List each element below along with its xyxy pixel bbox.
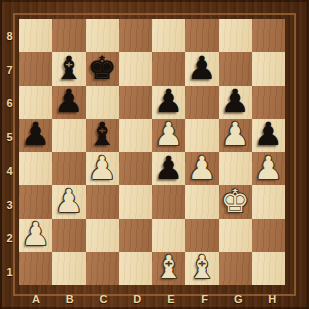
- square-e8[interactable]: [152, 19, 185, 52]
- square-f1[interactable]: ♝: [185, 252, 218, 285]
- square-b7[interactable]: ♝: [52, 52, 85, 85]
- rank-labels: 87654321: [0, 19, 19, 289]
- square-a4[interactable]: [19, 152, 52, 185]
- rank-label-7: 7: [0, 53, 19, 87]
- black-bishop-c5[interactable]: ♝: [88, 118, 117, 150]
- square-g6[interactable]: ♟: [219, 86, 252, 119]
- board: ♝♚♟♟♟♟♟♝♟♟♟♟♟♟♟♟♚♟♝♝: [19, 19, 285, 285]
- square-a2[interactable]: ♟: [19, 219, 52, 252]
- square-a5[interactable]: ♟: [19, 119, 52, 152]
- white-pawn-g5[interactable]: ♟: [221, 118, 250, 150]
- square-f4[interactable]: ♟: [185, 152, 218, 185]
- square-g3[interactable]: ♚: [219, 185, 252, 218]
- black-pawn-b6[interactable]: ♟: [55, 85, 84, 117]
- white-pawn-e5[interactable]: ♟: [154, 118, 183, 150]
- square-g7[interactable]: [219, 52, 252, 85]
- white-pawn-f4[interactable]: ♟: [188, 152, 217, 184]
- square-b5[interactable]: [52, 119, 85, 152]
- square-e7[interactable]: [152, 52, 185, 85]
- white-bishop-e1[interactable]: ♝: [154, 251, 183, 283]
- file-label-h: H: [255, 289, 289, 309]
- square-e4[interactable]: ♟: [152, 152, 185, 185]
- square-d5[interactable]: [119, 119, 152, 152]
- black-pawn-a5[interactable]: ♟: [21, 118, 50, 150]
- square-c1[interactable]: [86, 252, 119, 285]
- rank-label-6: 6: [0, 87, 19, 121]
- black-pawn-f7[interactable]: ♟: [188, 52, 217, 84]
- square-h2[interactable]: [252, 219, 285, 252]
- black-bishop-b7[interactable]: ♝: [55, 52, 84, 84]
- black-pawn-e6[interactable]: ♟: [154, 85, 183, 117]
- rank-label-2: 2: [0, 222, 19, 256]
- chess-board-window: ♝♚♟♟♟♟♟♝♟♟♟♟♟♟♟♟♚♟♝♝ 87654321 ABCDEFGH: [0, 0, 309, 309]
- square-g5[interactable]: ♟: [219, 119, 252, 152]
- square-h4[interactable]: ♟: [252, 152, 285, 185]
- rank-label-1: 1: [0, 255, 19, 289]
- white-pawn-h4[interactable]: ♟: [254, 152, 283, 184]
- square-g2[interactable]: [219, 219, 252, 252]
- square-e1[interactable]: ♝: [152, 252, 185, 285]
- square-d7[interactable]: [119, 52, 152, 85]
- square-b1[interactable]: [52, 252, 85, 285]
- file-label-f: F: [188, 289, 222, 309]
- square-b4[interactable]: [52, 152, 85, 185]
- square-f3[interactable]: [185, 185, 218, 218]
- square-c4[interactable]: ♟: [86, 152, 119, 185]
- file-label-c: C: [87, 289, 121, 309]
- file-labels: ABCDEFGH: [19, 289, 289, 309]
- square-d8[interactable]: [119, 19, 152, 52]
- square-h5[interactable]: ♟: [252, 119, 285, 152]
- square-d4[interactable]: [119, 152, 152, 185]
- square-e5[interactable]: ♟: [152, 119, 185, 152]
- white-king-g3[interactable]: ♚: [221, 185, 250, 217]
- square-b2[interactable]: [52, 219, 85, 252]
- file-label-g: G: [222, 289, 256, 309]
- square-d2[interactable]: [119, 219, 152, 252]
- square-g1[interactable]: [219, 252, 252, 285]
- file-label-d: D: [120, 289, 154, 309]
- square-a3[interactable]: [19, 185, 52, 218]
- black-pawn-g6[interactable]: ♟: [221, 85, 250, 117]
- file-label-b: B: [53, 289, 87, 309]
- square-d6[interactable]: [119, 86, 152, 119]
- square-a6[interactable]: [19, 86, 52, 119]
- square-d3[interactable]: [119, 185, 152, 218]
- square-f8[interactable]: [185, 19, 218, 52]
- square-h8[interactable]: [252, 19, 285, 52]
- square-a8[interactable]: [19, 19, 52, 52]
- square-h7[interactable]: [252, 52, 285, 85]
- square-c7[interactable]: ♚: [86, 52, 119, 85]
- square-d1[interactable]: [119, 252, 152, 285]
- square-c5[interactable]: ♝: [86, 119, 119, 152]
- square-f5[interactable]: [185, 119, 218, 152]
- black-pawn-e4[interactable]: ♟: [154, 152, 183, 184]
- square-f2[interactable]: [185, 219, 218, 252]
- square-f7[interactable]: ♟: [185, 52, 218, 85]
- black-king-c7[interactable]: ♚: [88, 52, 117, 84]
- rank-label-5: 5: [0, 120, 19, 154]
- square-c3[interactable]: [86, 185, 119, 218]
- square-a7[interactable]: [19, 52, 52, 85]
- square-b6[interactable]: ♟: [52, 86, 85, 119]
- file-label-e: E: [154, 289, 188, 309]
- square-c2[interactable]: [86, 219, 119, 252]
- square-e2[interactable]: [152, 219, 185, 252]
- square-h3[interactable]: [252, 185, 285, 218]
- square-g8[interactable]: [219, 19, 252, 52]
- square-c8[interactable]: [86, 19, 119, 52]
- rank-label-4: 4: [0, 154, 19, 188]
- square-h1[interactable]: [252, 252, 285, 285]
- white-pawn-b3[interactable]: ♟: [55, 185, 84, 217]
- square-c6[interactable]: [86, 86, 119, 119]
- square-b3[interactable]: ♟: [52, 185, 85, 218]
- rank-label-8: 8: [0, 19, 19, 53]
- black-pawn-h5[interactable]: ♟: [254, 118, 283, 150]
- square-f6[interactable]: [185, 86, 218, 119]
- square-a1[interactable]: [19, 252, 52, 285]
- square-h6[interactable]: [252, 86, 285, 119]
- white-pawn-c4[interactable]: ♟: [88, 152, 117, 184]
- rank-label-3: 3: [0, 188, 19, 222]
- white-pawn-a2[interactable]: ♟: [21, 218, 50, 250]
- square-e6[interactable]: ♟: [152, 86, 185, 119]
- square-b8[interactable]: [52, 19, 85, 52]
- white-bishop-f1[interactable]: ♝: [188, 251, 217, 283]
- file-label-a: A: [19, 289, 53, 309]
- square-g4[interactable]: [219, 152, 252, 185]
- square-e3[interactable]: [152, 185, 185, 218]
